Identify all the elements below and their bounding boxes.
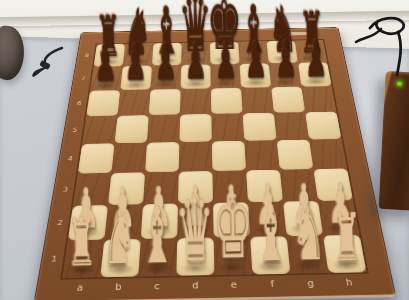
piece-black-pawn: ♟ (124, 39, 147, 87)
square-b5 (115, 115, 149, 143)
file-labels: abcdefgh (59, 277, 370, 297)
file-label-a: a (59, 282, 99, 297)
square-d4 (179, 141, 213, 171)
square-d7: ♟ (181, 64, 211, 88)
piece-white-bishop: ♝ (139, 198, 174, 272)
square-h5 (305, 112, 341, 140)
square-c5 (147, 115, 180, 143)
square-g6 (271, 87, 305, 113)
square-f5 (243, 113, 277, 141)
piece-white-bishop: ♝ (253, 196, 288, 270)
square-b6 (117, 90, 150, 116)
piece-black-pawn: ♟ (244, 37, 267, 85)
square-b4 (111, 143, 147, 173)
square-f4 (244, 140, 279, 170)
cable-right-icon (340, 0, 409, 90)
square-d1: ♛ (176, 238, 214, 276)
square-c6 (149, 89, 181, 115)
piece-white-king: ♚ (212, 183, 254, 271)
piece-black-pawn: ♟ (93, 39, 116, 87)
rank-label-1: 1 (44, 240, 64, 278)
square-a5 (82, 116, 117, 144)
piece-white-knight: ♞ (102, 201, 136, 273)
piece-black-pawn: ♟ (214, 37, 237, 85)
square-h1: ♜ (323, 235, 366, 273)
square-h6 (301, 86, 336, 112)
square-e6 (211, 88, 243, 114)
square-d6 (180, 88, 211, 114)
square-g4 (277, 140, 314, 170)
piece-white-knight: ♞ (291, 197, 325, 269)
piece-white-queen: ♛ (175, 188, 215, 272)
rank-label-7: 7 (75, 67, 90, 91)
square-c7: ♟ (150, 65, 181, 89)
square-g7: ♟ (269, 63, 302, 87)
square-h4 (309, 139, 347, 169)
piece-black-pawn: ♟ (304, 35, 327, 83)
square-e4 (212, 141, 246, 171)
piece-white-rook: ♜ (66, 211, 96, 274)
square-e5 (211, 113, 244, 141)
file-label-g: g (291, 278, 331, 293)
piece-white-rook: ♜ (331, 206, 361, 269)
square-f7: ♟ (240, 63, 272, 87)
rank-label-4: 4 (61, 144, 78, 174)
square-c4 (145, 142, 179, 172)
file-label-b: b (98, 282, 138, 297)
file-label-d: d (176, 280, 215, 295)
square-f1: ♝ (250, 236, 290, 274)
square-c1: ♝ (138, 238, 177, 276)
file-label-h: h (329, 277, 370, 292)
square-a1: ♜ (62, 240, 104, 278)
file-label-c: c (137, 281, 176, 296)
square-g5 (274, 112, 309, 140)
square-b1: ♞ (100, 239, 140, 277)
rank-label-6: 6 (71, 91, 87, 117)
square-a6 (86, 90, 120, 116)
rank-label-8: 8 (79, 44, 94, 67)
piece-black-pawn: ♟ (154, 38, 177, 86)
photo-scene: ♜♞♝♛♚♝♞♜♟♟♟♟♟♟♟♟♟♟♟♟♟♟♟♟♜♞♝♛♚♝♞♜ abcdefg… (0, 0, 409, 300)
rank-label-5: 5 (66, 116, 83, 144)
square-e1: ♚ (214, 237, 253, 275)
square-a7: ♟ (90, 66, 123, 91)
square-g1: ♞ (287, 235, 329, 273)
square-h7: ♟ (298, 62, 332, 86)
rank-label-3: 3 (56, 174, 74, 206)
file-label-e: e (215, 280, 254, 295)
square-f6 (241, 87, 274, 113)
board-grid: ♜♞♝♛♚♝♞♜♟♟♟♟♟♟♟♟♟♟♟♟♟♟♟♟♜♞♝♛♚♝♞♜ (62, 40, 366, 278)
piece-black-pawn: ♟ (184, 38, 207, 86)
square-a4 (78, 143, 115, 173)
square-e7: ♟ (210, 64, 241, 88)
square-b7: ♟ (120, 66, 152, 91)
file-label-f: f (253, 279, 293, 294)
piece-black-pawn: ♟ (274, 36, 297, 84)
square-d5 (179, 114, 211, 142)
